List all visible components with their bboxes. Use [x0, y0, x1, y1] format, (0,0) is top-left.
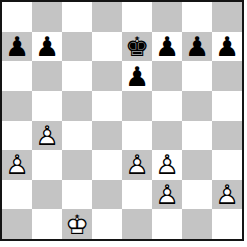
square-e2 — [122, 180, 152, 210]
square-b8 — [32, 2, 62, 32]
square-h2: ♟♙ — [212, 180, 242, 210]
square-d8 — [92, 2, 122, 32]
white-pawn-glyph: ♙ — [213, 180, 242, 209]
white-pawn-glyph: ♙ — [153, 180, 182, 209]
square-h7: ♟ — [212, 32, 242, 62]
square-g8 — [182, 2, 212, 32]
square-h6 — [212, 61, 242, 91]
square-e8 — [122, 2, 152, 32]
square-c2 — [62, 180, 92, 210]
piece-white-king: ♚♔ — [63, 210, 92, 239]
square-e5 — [122, 91, 152, 121]
square-h3 — [212, 150, 242, 180]
piece-black-pawn: ♟ — [183, 32, 212, 61]
piece-black-pawn: ♟ — [33, 32, 62, 61]
square-g5 — [182, 91, 212, 121]
square-f6 — [152, 61, 182, 91]
square-e6: ♟ — [122, 61, 152, 91]
chess-diagram: ♟♟♚♟♟♟♟♟♙♟♙♟♙♟♙♟♙♟♙♚♔ — [0, 0, 247, 247]
square-a3: ♟♙ — [2, 150, 32, 180]
square-a2 — [2, 180, 32, 210]
square-c3 — [62, 150, 92, 180]
white-pawn-glyph: ♙ — [153, 150, 182, 179]
square-b3 — [32, 150, 62, 180]
piece-white-pawn: ♟♙ — [153, 150, 182, 179]
piece-black-pawn: ♟ — [123, 62, 152, 91]
square-g6 — [182, 61, 212, 91]
square-c7 — [62, 32, 92, 62]
square-g2 — [182, 180, 212, 210]
square-f4 — [152, 121, 182, 151]
piece-white-pawn: ♟♙ — [3, 150, 32, 179]
square-d3 — [92, 150, 122, 180]
square-e7: ♚ — [122, 32, 152, 62]
piece-black-pawn: ♟ — [213, 32, 242, 61]
square-a4 — [2, 121, 32, 151]
square-f3: ♟♙ — [152, 150, 182, 180]
square-h4 — [212, 121, 242, 151]
white-pawn-glyph: ♙ — [33, 121, 62, 150]
square-b7: ♟ — [32, 32, 62, 62]
square-a5 — [2, 91, 32, 121]
white-pawn-glyph: ♙ — [3, 150, 32, 179]
square-a8 — [2, 2, 32, 32]
piece-black-king: ♚ — [123, 32, 152, 61]
square-b6 — [32, 61, 62, 91]
square-c8 — [62, 2, 92, 32]
piece-white-pawn: ♟♙ — [153, 180, 182, 209]
square-c5 — [62, 91, 92, 121]
square-c4 — [62, 121, 92, 151]
square-f5 — [152, 91, 182, 121]
white-pawn-glyph: ♙ — [123, 150, 152, 179]
chess-board: ♟♟♚♟♟♟♟♟♙♟♙♟♙♟♙♟♙♟♙♚♔ — [0, 0, 244, 241]
square-e1 — [122, 209, 152, 239]
square-d2 — [92, 180, 122, 210]
square-c6 — [62, 61, 92, 91]
square-b5 — [32, 91, 62, 121]
square-f7: ♟ — [152, 32, 182, 62]
square-d1 — [92, 209, 122, 239]
square-h1 — [212, 209, 242, 239]
square-a1 — [2, 209, 32, 239]
square-f1 — [152, 209, 182, 239]
square-g7: ♟ — [182, 32, 212, 62]
square-d4 — [92, 121, 122, 151]
square-g3 — [182, 150, 212, 180]
square-f2: ♟♙ — [152, 180, 182, 210]
white-king-glyph: ♔ — [63, 210, 92, 239]
square-d5 — [92, 91, 122, 121]
square-f8 — [152, 2, 182, 32]
piece-white-pawn: ♟♙ — [213, 180, 242, 209]
piece-white-pawn: ♟♙ — [123, 150, 152, 179]
square-b2 — [32, 180, 62, 210]
square-d7 — [92, 32, 122, 62]
piece-black-pawn: ♟ — [3, 32, 32, 61]
square-d6 — [92, 61, 122, 91]
square-b4: ♟♙ — [32, 121, 62, 151]
square-a6 — [2, 61, 32, 91]
square-b1 — [32, 209, 62, 239]
square-g4 — [182, 121, 212, 151]
square-e4 — [122, 121, 152, 151]
square-h5 — [212, 91, 242, 121]
square-g1 — [182, 209, 212, 239]
square-e3: ♟♙ — [122, 150, 152, 180]
piece-white-pawn: ♟♙ — [33, 121, 62, 150]
piece-black-pawn: ♟ — [153, 32, 182, 61]
square-a7: ♟ — [2, 32, 32, 62]
square-h8 — [212, 2, 242, 32]
square-c1: ♚♔ — [62, 209, 92, 239]
